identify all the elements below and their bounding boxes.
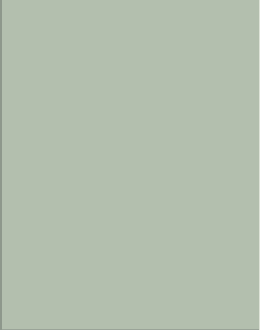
board-grid [0, 0, 260, 330]
xiangqi-app [0, 0, 260, 330]
